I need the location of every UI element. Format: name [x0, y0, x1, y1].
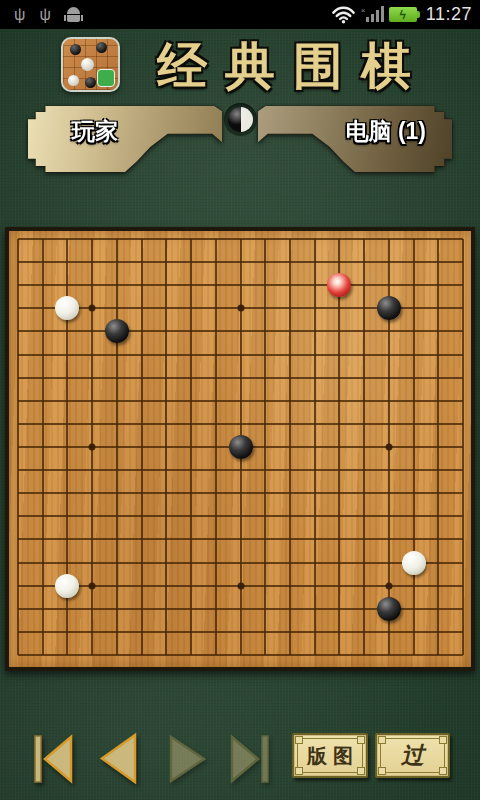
- previous-move-button[interactable]: [94, 732, 140, 788]
- grid-line-vertical: [338, 239, 340, 655]
- usb-icon-2: ψ: [39, 7, 50, 23]
- app-icon-black-stone: [96, 42, 107, 53]
- star-point: [385, 582, 392, 589]
- app-icon-white-stone: [68, 75, 79, 86]
- grid-line-horizontal: [18, 492, 463, 494]
- stone-black-Q16: [377, 296, 401, 320]
- grid-line-vertical: [413, 239, 415, 655]
- status-right-icons: × ϟ 11:27: [332, 4, 480, 25]
- last-triangle-icon: [232, 737, 258, 781]
- grid-line-vertical: [314, 239, 316, 655]
- first-move-button[interactable]: [32, 733, 76, 788]
- app-icon-black-stone: [70, 44, 81, 55]
- grid-line-vertical: [437, 239, 439, 655]
- player-plaque: 玩家: [28, 106, 222, 172]
- star-point: [385, 444, 392, 451]
- grid-line-vertical: [264, 239, 266, 655]
- grid-line-horizontal: [18, 469, 463, 471]
- app-title: 经典围棋: [128, 36, 458, 98]
- stone-red-O17: [327, 273, 351, 297]
- stone-white-C16: [55, 296, 79, 320]
- go-board-grid[interactable]: [18, 239, 463, 655]
- signal-no-sim-icon: ×: [361, 6, 383, 23]
- turn-indicator-stone-icon: [228, 107, 253, 132]
- wifi-icon: [332, 6, 355, 24]
- territory-button[interactable]: 版图: [292, 733, 368, 778]
- next-move-button[interactable]: [166, 733, 210, 788]
- app-icon: [61, 37, 120, 92]
- first-triangle-icon: [45, 737, 71, 781]
- app-icon-black-stone: [85, 77, 96, 88]
- stone-black-E15: [105, 319, 129, 343]
- status-left-icons: ψ ψ: [0, 7, 82, 23]
- last-move-button[interactable]: [228, 733, 272, 788]
- star-point: [89, 582, 96, 589]
- star-point: [237, 305, 244, 312]
- status-bar: ψ ψ × ϟ 11:27: [0, 0, 480, 29]
- stone-white-C4: [55, 574, 79, 598]
- star-point: [89, 305, 96, 312]
- grid-line-horizontal: [18, 562, 463, 564]
- territory-button-label: 版图: [301, 746, 359, 766]
- player-plaque-shape: [28, 106, 222, 172]
- grid-line-vertical: [462, 239, 464, 655]
- go-board[interactable]: [5, 227, 475, 671]
- stone-black-Q3: [377, 597, 401, 621]
- computer-plaque: 电脑 (1): [258, 106, 452, 172]
- android-debug-icon: [65, 7, 82, 22]
- app-icon-white-stone: [81, 58, 94, 71]
- grid-line-vertical: [363, 239, 365, 655]
- controls-bar: 版图 过: [0, 725, 480, 795]
- grid-line-horizontal: [18, 538, 463, 540]
- computer-name-label: 电脑 (1): [346, 116, 427, 147]
- usb-icon: ψ: [14, 7, 25, 23]
- previous-triangle-icon: [102, 735, 135, 782]
- grid-line-vertical: [289, 239, 291, 655]
- first-bar-icon: [35, 736, 41, 782]
- pass-button[interactable]: 过: [375, 733, 450, 778]
- player-name-label: 玩家: [72, 116, 118, 147]
- turn-indicator-well: [224, 103, 257, 136]
- pass-button-label: 过: [401, 744, 424, 767]
- grid-line-horizontal: [18, 631, 463, 633]
- status-clock: 11:27: [423, 4, 472, 25]
- star-point: [89, 444, 96, 451]
- last-bar-icon: [262, 736, 268, 782]
- battery-charging-icon: ϟ: [389, 7, 417, 22]
- app-icon-green-seal: [97, 69, 115, 87]
- grid-line-horizontal: [18, 654, 463, 656]
- next-triangle-icon: [171, 737, 204, 781]
- star-point: [237, 582, 244, 589]
- stone-black-K10: [229, 435, 253, 459]
- stone-white-R5: [402, 551, 426, 575]
- grid-line-horizontal: [18, 515, 463, 517]
